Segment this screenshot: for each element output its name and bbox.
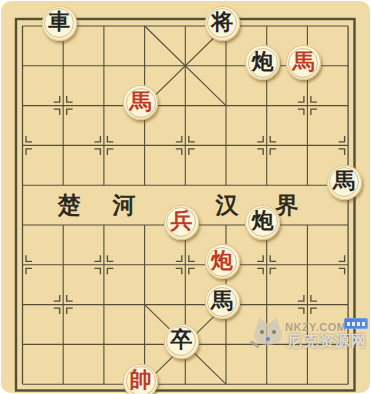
piece-label: 帥: [130, 369, 152, 391]
piece-black-cannon-2[interactable]: 炮: [245, 205, 280, 240]
river-label-han: 汉: [216, 190, 239, 221]
piece-label: 炮: [252, 210, 274, 232]
piece-red-horse-2[interactable]: 馬: [123, 85, 158, 120]
piece-label: 兵: [170, 210, 192, 232]
piece-label: 車: [48, 11, 70, 33]
piece-red-cannon[interactable]: 炮: [205, 244, 240, 279]
piece-label: 炮: [211, 250, 233, 272]
piece-black-horse-2[interactable]: 馬: [205, 284, 240, 319]
piece-black-horse-1[interactable]: 馬: [327, 165, 362, 200]
piece-red-horse-1[interactable]: 馬: [286, 45, 321, 80]
piece-label: 将: [211, 11, 233, 33]
piece-red-soldier[interactable]: 兵: [164, 205, 199, 240]
screenshot: 楚 河 汉 界 車将炮馬馬馬兵炮炮馬卒帥 NKZY.COM 尼克资源网: [0, 0, 371, 394]
xiangqi-board[interactable]: 楚 河 汉 界 車将炮馬馬馬兵炮炮馬卒帥 NKZY.COM 尼克资源网: [1, 1, 370, 393]
piece-black-soldier[interactable]: 卒: [164, 324, 199, 359]
piece-label: 馬: [292, 51, 314, 73]
piece-label: 馬: [333, 170, 355, 192]
piece-black-chariot[interactable]: 車: [42, 6, 77, 41]
piece-label: 馬: [130, 91, 152, 113]
river-label-he: 河: [113, 190, 136, 221]
river-label-chu: 楚: [58, 190, 81, 221]
piece-label: 馬: [211, 290, 233, 312]
piece-red-general[interactable]: 帥: [123, 364, 158, 394]
piece-label: 炮: [252, 51, 274, 73]
piece-black-general[interactable]: 将: [205, 6, 240, 41]
piece-label: 卒: [170, 329, 192, 351]
